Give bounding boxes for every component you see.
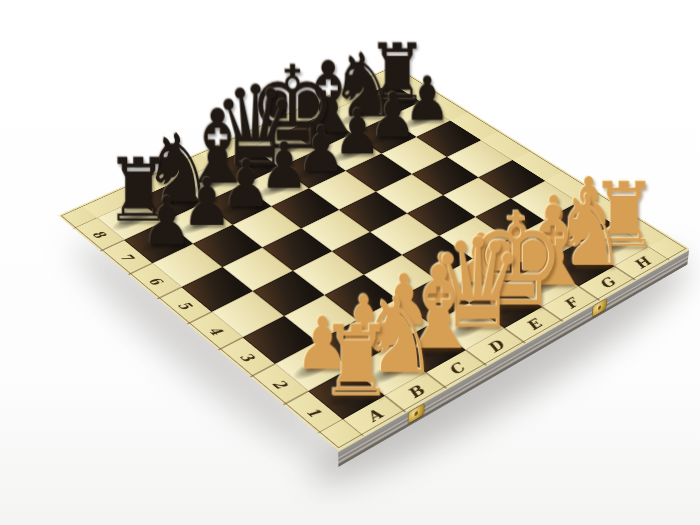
square-c5[interactable]: [262, 228, 332, 270]
rank-label-text: 6: [144, 275, 166, 288]
file-label-text: A: [361, 407, 387, 425]
chess-set-photo: 87654321ABCDEFGH ♜♞♝♛♚♝♞♜♟♟♟♟♟♟♟♟♟♟♟♟♟♟♟…: [0, 0, 700, 525]
rank-label-text: 1: [301, 405, 324, 420]
square-a6[interactable]: [152, 244, 222, 287]
rank-label-text: 7: [116, 251, 137, 263]
square-a5[interactable]: [181, 267, 252, 312]
rank-label-text: 4: [204, 324, 226, 337]
rank-label-text: 5: [173, 299, 195, 312]
square-b5[interactable]: [222, 247, 293, 291]
chess-board: 87654321ABCDEFGH ♜♞♝♛♚♝♞♜♟♟♟♟♟♟♟♟♟♟♟♟♟♟♟…: [58, 65, 689, 451]
piece-white-rook-a1[interactable]: ♜: [285, 313, 428, 402]
piece-black-pawn-a7[interactable]: ♟: [102, 188, 231, 248]
